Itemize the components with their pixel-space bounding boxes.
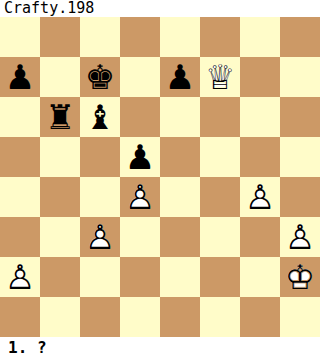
black-pawn-icon: ♟ xyxy=(0,57,40,97)
square-b7[interactable] xyxy=(40,57,80,97)
square-e1[interactable] xyxy=(160,297,200,337)
square-a1[interactable] xyxy=(0,297,40,337)
white-pawn-icon: ♙ xyxy=(80,217,120,257)
square-f4[interactable] xyxy=(200,177,240,217)
chess-board: ♟♚♟♛♕♜♝♟♟♙♟♙♟♙♟♙♟♙♚♔ xyxy=(0,17,320,337)
square-h6[interactable] xyxy=(280,97,320,137)
square-f5[interactable] xyxy=(200,137,240,177)
white-pawn-icon: ♙ xyxy=(240,177,280,217)
white-pawn-icon: ♙ xyxy=(280,217,320,257)
square-d5[interactable]: ♟ xyxy=(120,137,160,177)
square-f3[interactable] xyxy=(200,217,240,257)
black-pawn-icon: ♟ xyxy=(160,57,200,97)
square-c2[interactable] xyxy=(80,257,120,297)
square-d8[interactable] xyxy=(120,17,160,57)
square-b2[interactable] xyxy=(40,257,80,297)
square-b8[interactable] xyxy=(40,17,80,57)
black-rook-icon: ♜ xyxy=(40,97,80,137)
square-e4[interactable] xyxy=(160,177,200,217)
black-pawn-icon: ♟ xyxy=(120,137,160,177)
black-bishop-icon: ♝ xyxy=(80,97,120,137)
square-a6[interactable] xyxy=(0,97,40,137)
square-e2[interactable] xyxy=(160,257,200,297)
square-a5[interactable] xyxy=(0,137,40,177)
square-g8[interactable] xyxy=(240,17,280,57)
square-e7[interactable]: ♟ xyxy=(160,57,200,97)
square-d7[interactable] xyxy=(120,57,160,97)
square-g1[interactable] xyxy=(240,297,280,337)
square-h3[interactable]: ♟♙ xyxy=(280,217,320,257)
square-c3[interactable]: ♟♙ xyxy=(80,217,120,257)
square-b4[interactable] xyxy=(40,177,80,217)
square-b1[interactable] xyxy=(40,297,80,337)
square-h4[interactable] xyxy=(280,177,320,217)
white-pawn-icon: ♙ xyxy=(120,177,160,217)
square-h7[interactable] xyxy=(280,57,320,97)
square-a8[interactable] xyxy=(0,17,40,57)
square-f8[interactable] xyxy=(200,17,240,57)
square-g6[interactable] xyxy=(240,97,280,137)
square-g2[interactable] xyxy=(240,257,280,297)
square-a4[interactable] xyxy=(0,177,40,217)
square-h2[interactable]: ♚♔ xyxy=(280,257,320,297)
square-c8[interactable] xyxy=(80,17,120,57)
square-d6[interactable] xyxy=(120,97,160,137)
square-d1[interactable] xyxy=(120,297,160,337)
square-g7[interactable] xyxy=(240,57,280,97)
square-h1[interactable] xyxy=(280,297,320,337)
square-e3[interactable] xyxy=(160,217,200,257)
square-f2[interactable] xyxy=(200,257,240,297)
square-c7[interactable]: ♚ xyxy=(80,57,120,97)
move-prompt: 1. ? xyxy=(0,337,320,360)
square-g5[interactable] xyxy=(240,137,280,177)
square-e5[interactable] xyxy=(160,137,200,177)
square-h5[interactable] xyxy=(280,137,320,177)
square-g3[interactable] xyxy=(240,217,280,257)
square-e8[interactable] xyxy=(160,17,200,57)
square-c6[interactable]: ♝ xyxy=(80,97,120,137)
square-b3[interactable] xyxy=(40,217,80,257)
white-king-icon: ♔ xyxy=(280,257,320,297)
square-d4[interactable]: ♟♙ xyxy=(120,177,160,217)
square-f1[interactable] xyxy=(200,297,240,337)
square-f7[interactable]: ♛♕ xyxy=(200,57,240,97)
square-b5[interactable] xyxy=(40,137,80,177)
white-queen-icon: ♕ xyxy=(200,57,240,97)
square-e6[interactable] xyxy=(160,97,200,137)
white-pawn-icon: ♙ xyxy=(0,257,40,297)
black-king-icon: ♚ xyxy=(80,57,120,97)
square-d3[interactable] xyxy=(120,217,160,257)
square-b6[interactable]: ♜ xyxy=(40,97,80,137)
square-d2[interactable] xyxy=(120,257,160,297)
square-h8[interactable] xyxy=(280,17,320,57)
square-c4[interactable] xyxy=(80,177,120,217)
square-a3[interactable] xyxy=(0,217,40,257)
square-f6[interactable] xyxy=(200,97,240,137)
window-title: Crafty.198 xyxy=(0,0,320,17)
square-c5[interactable] xyxy=(80,137,120,177)
square-a7[interactable]: ♟ xyxy=(0,57,40,97)
square-c1[interactable] xyxy=(80,297,120,337)
square-a2[interactable]: ♟♙ xyxy=(0,257,40,297)
square-g4[interactable]: ♟♙ xyxy=(240,177,280,217)
